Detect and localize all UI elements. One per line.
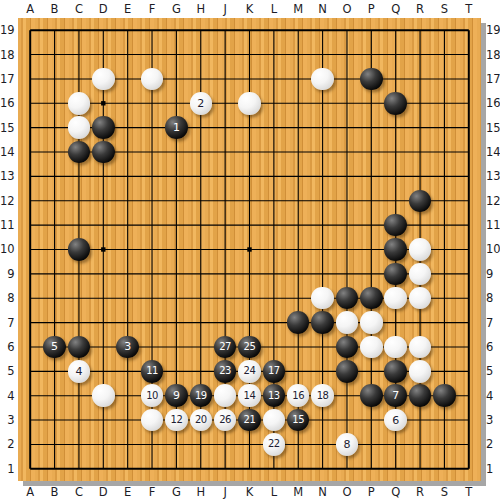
intersection-Q9 xyxy=(384,262,408,286)
coord-label-bottom-Q: Q xyxy=(384,483,408,500)
stone-white-J4 xyxy=(214,384,237,407)
intersection-P6 xyxy=(359,335,383,359)
stone-black-C14 xyxy=(68,141,91,164)
coord-label-left-14: 14 xyxy=(0,140,18,164)
intersection-R10 xyxy=(408,237,432,261)
stone-white-Q6 xyxy=(384,336,407,359)
stone-white-P7 xyxy=(360,311,383,334)
coord-label-bottom-E: E xyxy=(115,483,139,500)
move-number-14: 14 xyxy=(244,391,256,401)
stone-black-K6: 25 xyxy=(238,336,261,359)
move-number-17: 17 xyxy=(268,366,280,376)
coord-label-top-T: T xyxy=(457,0,481,17)
coord-label-left-6: 6 xyxy=(0,335,18,359)
coord-label-right-5: 5 xyxy=(484,359,500,383)
stone-black-G15: 1 xyxy=(165,116,188,139)
stone-white-C16 xyxy=(68,92,91,115)
coord-label-top-M: M xyxy=(286,0,310,17)
coord-label-bottom-T: T xyxy=(457,483,481,500)
coord-label-right-16: 16 xyxy=(484,91,500,115)
coord-label-top-N: N xyxy=(310,0,334,17)
intersection-L3 xyxy=(262,408,286,432)
coord-label-right-18: 18 xyxy=(484,42,500,66)
coord-label-left-15: 15 xyxy=(0,115,18,139)
move-number-13: 13 xyxy=(268,391,280,401)
intersection-O2: 8 xyxy=(335,432,359,456)
stone-white-D4 xyxy=(92,384,115,407)
intersection-K4: 14 xyxy=(237,384,261,408)
coord-label-left-9: 9 xyxy=(0,262,18,286)
intersection-C15 xyxy=(67,115,91,139)
intersection-H4: 19 xyxy=(189,384,213,408)
move-number-26: 26 xyxy=(219,415,231,425)
intersection-D17 xyxy=(91,67,115,91)
coord-label-bottom-A: A xyxy=(18,483,42,500)
stone-white-Q8 xyxy=(384,287,407,310)
coord-label-right-12: 12 xyxy=(484,189,500,213)
intersection-L4: 13 xyxy=(262,384,286,408)
move-number-19: 19 xyxy=(195,391,207,401)
intersection-J6: 27 xyxy=(213,335,237,359)
move-number-27: 27 xyxy=(219,342,231,352)
coord-label-bottom-M: M xyxy=(286,483,310,500)
stone-white-F4: 10 xyxy=(141,384,164,407)
intersection-C10 xyxy=(67,237,91,261)
intersection-O6 xyxy=(335,335,359,359)
intersection-K6: 25 xyxy=(237,335,261,359)
intersection-L5: 17 xyxy=(262,359,286,383)
stone-white-N4: 18 xyxy=(311,384,334,407)
intersection-F17 xyxy=(140,67,164,91)
coord-label-bottom-P: P xyxy=(359,483,383,500)
stone-black-M3: 15 xyxy=(287,409,310,432)
intersection-R6 xyxy=(408,335,432,359)
intersection-N17 xyxy=(310,67,334,91)
intersection-O7 xyxy=(335,310,359,334)
coord-label-bottom-K: K xyxy=(237,483,261,500)
stone-black-S4 xyxy=(433,384,456,407)
intersection-L2: 22 xyxy=(262,432,286,456)
coord-label-bottom-B: B xyxy=(42,483,66,500)
intersection-Q5 xyxy=(384,359,408,383)
intersection-D14 xyxy=(91,140,115,164)
intersection-Q8 xyxy=(384,286,408,310)
stone-black-D15 xyxy=(92,116,115,139)
intersection-G3: 12 xyxy=(164,408,188,432)
coord-label-left-11: 11 xyxy=(0,213,18,237)
coord-label-top-H: H xyxy=(189,0,213,17)
move-number-10: 10 xyxy=(146,391,158,401)
intersection-M7 xyxy=(286,310,310,334)
intersection-Q3: 6 xyxy=(384,408,408,432)
board-surface[interactable]: 1532725112317919137211524241014161812202… xyxy=(18,18,481,481)
intersection-F3 xyxy=(140,408,164,432)
stone-black-J6: 27 xyxy=(214,336,237,359)
intersection-Q6 xyxy=(384,335,408,359)
intersection-C5: 4 xyxy=(67,359,91,383)
intersection-R12 xyxy=(408,189,432,213)
coord-label-top-C: C xyxy=(67,0,91,17)
coord-label-right-9: 9 xyxy=(484,262,500,286)
coord-label-top-D: D xyxy=(91,0,115,17)
stone-white-J3: 26 xyxy=(214,409,237,432)
move-number-11: 11 xyxy=(146,366,158,376)
stone-black-Q11 xyxy=(384,214,407,237)
stone-black-K3: 21 xyxy=(238,409,261,432)
coord-label-right-10: 10 xyxy=(484,237,500,261)
coord-label-right-14: 14 xyxy=(484,140,500,164)
coord-label-bottom-C: C xyxy=(67,483,91,500)
intersection-N7 xyxy=(310,310,334,334)
move-number-24: 24 xyxy=(244,366,256,376)
coord-label-left-13: 13 xyxy=(0,164,18,188)
stone-black-H4: 19 xyxy=(190,384,213,407)
stone-white-R6 xyxy=(409,336,432,359)
intersection-S4 xyxy=(432,384,456,408)
intersection-P17 xyxy=(359,67,383,91)
row-labels-left: 19181716151413121110987654321 xyxy=(0,18,17,481)
stone-black-J5: 23 xyxy=(214,360,237,383)
stone-white-H3: 20 xyxy=(190,409,213,432)
stone-black-R4 xyxy=(409,384,432,407)
move-number-15: 15 xyxy=(292,415,304,425)
move-number-5: 5 xyxy=(51,341,58,352)
intersection-N8 xyxy=(310,286,334,310)
intersection-P7 xyxy=(359,310,383,334)
stone-white-P6 xyxy=(360,336,383,359)
move-number-1: 1 xyxy=(173,122,180,133)
coord-label-left-7: 7 xyxy=(0,310,18,334)
intersection-P8 xyxy=(359,286,383,310)
move-number-20: 20 xyxy=(195,415,207,425)
stone-white-D17 xyxy=(92,68,115,91)
coord-label-bottom-S: S xyxy=(432,483,456,500)
stone-black-O6 xyxy=(336,336,359,359)
intersection-C14 xyxy=(67,140,91,164)
intersection-R8 xyxy=(408,286,432,310)
coord-label-right-8: 8 xyxy=(484,286,500,310)
move-number-7: 7 xyxy=(392,390,399,401)
coord-label-left-8: 8 xyxy=(0,286,18,310)
coord-label-top-J: J xyxy=(213,0,237,17)
move-number-22: 22 xyxy=(268,439,280,449)
intersection-J3: 26 xyxy=(213,408,237,432)
intersection-R9 xyxy=(408,262,432,286)
coord-label-left-16: 16 xyxy=(0,91,18,115)
intersection-M4: 16 xyxy=(286,384,310,408)
coord-label-left-18: 18 xyxy=(0,42,18,66)
stone-grid: 1532725112317919137211524241014161812202… xyxy=(18,18,481,481)
stone-white-R5 xyxy=(409,360,432,383)
stone-white-O2: 8 xyxy=(336,433,359,456)
intersection-K3: 21 xyxy=(237,408,261,432)
coord-label-right-19: 19 xyxy=(484,18,500,42)
stone-white-K4: 14 xyxy=(238,384,261,407)
intersection-B6: 5 xyxy=(42,335,66,359)
coord-label-left-10: 10 xyxy=(0,237,18,261)
coord-label-top-E: E xyxy=(115,0,139,17)
coord-label-left-1: 1 xyxy=(0,457,18,481)
move-number-3: 3 xyxy=(124,341,131,352)
coord-label-bottom-J: J xyxy=(213,483,237,500)
stone-white-L2: 22 xyxy=(263,433,286,456)
coord-label-right-6: 6 xyxy=(484,335,500,359)
stone-white-N17 xyxy=(311,68,334,91)
coord-label-left-17: 17 xyxy=(0,67,18,91)
coord-label-bottom-D: D xyxy=(91,483,115,500)
intersection-O5 xyxy=(335,359,359,383)
stone-black-Q10 xyxy=(384,238,407,261)
stone-black-N7 xyxy=(311,311,334,334)
coord-label-bottom-F: F xyxy=(140,483,164,500)
coord-label-top-G: G xyxy=(164,0,188,17)
stone-white-F3 xyxy=(141,409,164,432)
move-number-18: 18 xyxy=(317,391,329,401)
stone-black-F5: 11 xyxy=(141,360,164,383)
intersection-Q11 xyxy=(384,213,408,237)
coord-label-right-11: 11 xyxy=(484,213,500,237)
intersection-H16: 2 xyxy=(189,91,213,115)
coord-label-top-R: R xyxy=(408,0,432,17)
stone-black-Q9 xyxy=(384,263,407,286)
intersection-C6 xyxy=(67,335,91,359)
move-number-12: 12 xyxy=(171,415,183,425)
intersection-F5: 11 xyxy=(140,359,164,383)
stone-white-R8 xyxy=(409,287,432,310)
intersection-N4: 18 xyxy=(310,384,334,408)
stone-black-Q16 xyxy=(384,92,407,115)
stone-white-Q3: 6 xyxy=(384,409,407,432)
move-number-16: 16 xyxy=(292,391,304,401)
column-labels-top: ABCDEFGHJKLMNOPQRST xyxy=(18,0,481,17)
stone-white-H16: 2 xyxy=(190,92,213,115)
move-number-6: 6 xyxy=(392,415,399,426)
coord-label-right-2: 2 xyxy=(484,432,500,456)
stone-black-L5: 17 xyxy=(263,360,286,383)
stone-black-B6: 5 xyxy=(43,336,66,359)
stone-white-O7 xyxy=(336,311,359,334)
intersection-D15 xyxy=(91,115,115,139)
intersection-M3: 15 xyxy=(286,408,310,432)
move-number-23: 23 xyxy=(219,366,231,376)
stone-black-O8 xyxy=(336,287,359,310)
intersection-R4 xyxy=(408,384,432,408)
coord-label-left-12: 12 xyxy=(0,189,18,213)
intersection-Q16 xyxy=(384,91,408,115)
coord-label-bottom-O: O xyxy=(335,483,359,500)
stone-white-L3 xyxy=(263,409,286,432)
coord-label-top-O: O xyxy=(335,0,359,17)
move-number-4: 4 xyxy=(75,366,82,377)
go-board-diagram: ABCDEFGHJKLMNOPQRST ABCDEFGHJKLMNOPQRST … xyxy=(0,0,500,500)
coord-label-top-P: P xyxy=(359,0,383,17)
coord-label-left-2: 2 xyxy=(0,432,18,456)
stone-black-G4: 9 xyxy=(165,384,188,407)
stone-white-N8 xyxy=(311,287,334,310)
intersection-E6: 3 xyxy=(115,335,139,359)
intersection-J5: 23 xyxy=(213,359,237,383)
coord-label-top-A: A xyxy=(18,0,42,17)
intersection-K16 xyxy=(237,91,261,115)
coord-label-top-S: S xyxy=(432,0,456,17)
intersection-P4 xyxy=(359,384,383,408)
stone-black-O5 xyxy=(336,360,359,383)
coord-label-left-4: 4 xyxy=(0,384,18,408)
intersection-G4: 9 xyxy=(164,384,188,408)
move-number-25: 25 xyxy=(244,342,256,352)
coord-label-right-4: 4 xyxy=(484,384,500,408)
column-labels-bottom: ABCDEFGHJKLMNOPQRST xyxy=(18,483,481,500)
coord-label-top-K: K xyxy=(237,0,261,17)
intersection-H3: 20 xyxy=(189,408,213,432)
row-labels-right: 19181716151413121110987654321 xyxy=(484,18,500,481)
stone-black-P4 xyxy=(360,384,383,407)
move-number-21: 21 xyxy=(244,415,256,425)
intersection-D4 xyxy=(91,384,115,408)
intersection-J4 xyxy=(213,384,237,408)
move-number-9: 9 xyxy=(173,390,180,401)
move-number-8: 8 xyxy=(343,439,350,450)
coord-label-bottom-H: H xyxy=(189,483,213,500)
intersection-Q10 xyxy=(384,237,408,261)
intersection-O8 xyxy=(335,286,359,310)
coord-label-top-Q: Q xyxy=(384,0,408,17)
coord-label-bottom-N: N xyxy=(310,483,334,500)
coord-label-bottom-L: L xyxy=(262,483,286,500)
intersection-Q4: 7 xyxy=(384,384,408,408)
stone-white-K16 xyxy=(238,92,261,115)
coord-label-left-19: 19 xyxy=(0,18,18,42)
stone-black-D14 xyxy=(92,141,115,164)
stone-black-M7 xyxy=(287,311,310,334)
move-number-2: 2 xyxy=(197,98,204,109)
stone-white-K5: 24 xyxy=(238,360,261,383)
stone-black-Q4: 7 xyxy=(384,384,407,407)
coord-label-right-13: 13 xyxy=(484,164,500,188)
coord-label-left-5: 5 xyxy=(0,359,18,383)
stone-black-Q5 xyxy=(384,360,407,383)
stone-black-C10 xyxy=(68,238,91,261)
intersection-R5 xyxy=(408,359,432,383)
intersection-K5: 24 xyxy=(237,359,261,383)
stone-white-C15 xyxy=(68,116,91,139)
stone-black-P17 xyxy=(360,68,383,91)
stone-white-F17 xyxy=(141,68,164,91)
coord-label-right-1: 1 xyxy=(484,457,500,481)
coord-label-right-17: 17 xyxy=(484,67,500,91)
coord-label-right-7: 7 xyxy=(484,310,500,334)
coord-label-right-3: 3 xyxy=(484,408,500,432)
coord-label-top-B: B xyxy=(42,0,66,17)
stone-white-R9 xyxy=(409,263,432,286)
coord-label-bottom-G: G xyxy=(164,483,188,500)
coord-label-right-15: 15 xyxy=(484,115,500,139)
stone-white-G3: 12 xyxy=(165,409,188,432)
stone-white-C5: 4 xyxy=(68,360,91,383)
intersection-C16 xyxy=(67,91,91,115)
coord-label-bottom-R: R xyxy=(408,483,432,500)
stone-white-M4: 16 xyxy=(287,384,310,407)
stone-black-R12 xyxy=(409,190,432,213)
stone-black-P8 xyxy=(360,287,383,310)
coord-label-top-F: F xyxy=(140,0,164,17)
coord-label-top-L: L xyxy=(262,0,286,17)
intersection-G15: 1 xyxy=(164,115,188,139)
stone-white-R10 xyxy=(409,238,432,261)
stone-black-E6: 3 xyxy=(116,336,139,359)
coord-label-left-3: 3 xyxy=(0,408,18,432)
intersection-F4: 10 xyxy=(140,384,164,408)
stone-black-C6 xyxy=(68,336,91,359)
stone-black-L4: 13 xyxy=(263,384,286,407)
